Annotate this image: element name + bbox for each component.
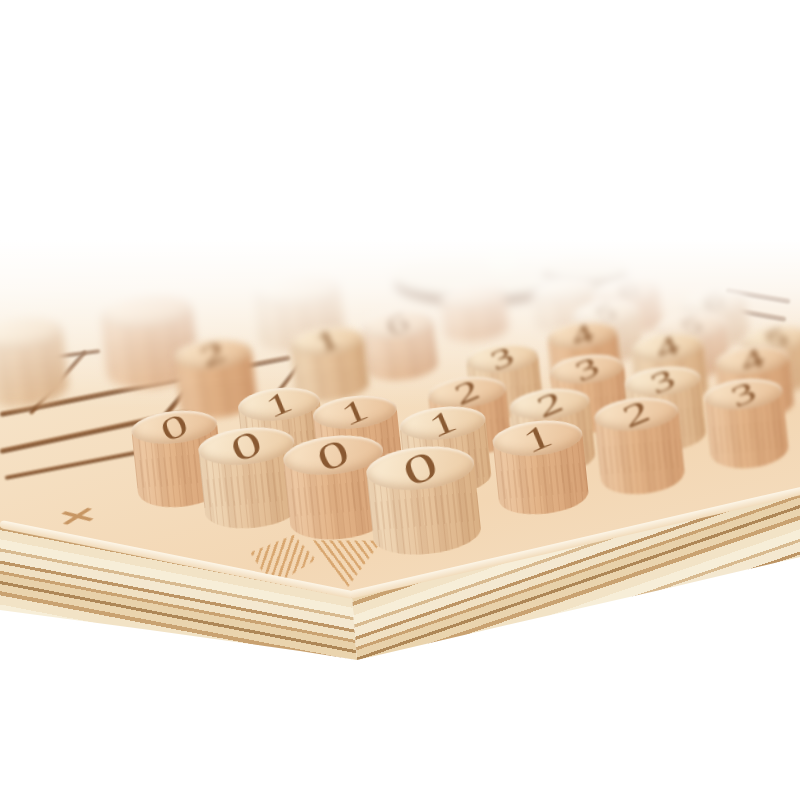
disc-knob <box>487 246 519 272</box>
number-piece-1[interactable]: 1 <box>491 417 591 527</box>
number-piece-blank[interactable] <box>440 280 511 352</box>
number-piece-6[interactable]: 6 <box>360 306 440 391</box>
number-piece-0[interactable]: 0 <box>364 442 483 568</box>
product-photo-stage: × 00001111222333344455566216 <box>0 0 800 800</box>
number-piece-2[interactable]: 2 <box>593 394 687 506</box>
number-piece-blank[interactable] <box>0 311 71 419</box>
number-piece-3[interactable]: 3 <box>703 375 791 480</box>
